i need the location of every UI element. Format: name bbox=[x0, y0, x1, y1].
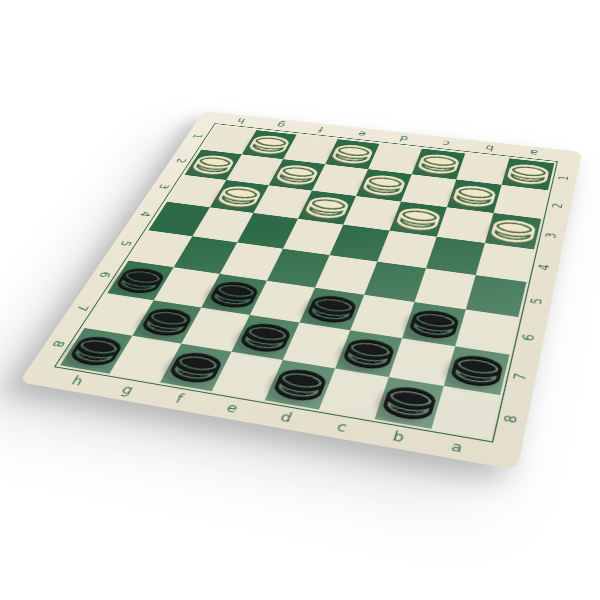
square-c1[interactable]: ⛂ bbox=[412, 149, 465, 180]
square-a3[interactable]: ⛂ bbox=[485, 213, 541, 249]
square-b8[interactable]: ⛂ bbox=[375, 377, 444, 429]
square-a1[interactable]: ⛂ bbox=[502, 158, 555, 190]
square-b6[interactable]: ⛂ bbox=[402, 302, 466, 346]
checker-white-a3[interactable]: ⛂ bbox=[485, 209, 542, 248]
square-a7[interactable]: ⛂ bbox=[444, 346, 510, 395]
checker-black-a7[interactable]: ⛂ bbox=[444, 342, 511, 394]
square-b2[interactable]: ⛂ bbox=[447, 179, 502, 212]
checker-white-b2[interactable]: ⛂ bbox=[447, 176, 503, 212]
vinyl-board-mat: hgfedcba hgfedcba 12345678 12345678 ⛂⛂⛂⛂… bbox=[19, 111, 582, 470]
checker-white-a1[interactable]: ⛂ bbox=[502, 155, 555, 189]
square-c3[interactable]: ⛂ bbox=[390, 202, 447, 237]
photo-scene: hgfedcba hgfedcba 12345678 12345678 ⛂⛂⛂⛂… bbox=[0, 0, 600, 600]
